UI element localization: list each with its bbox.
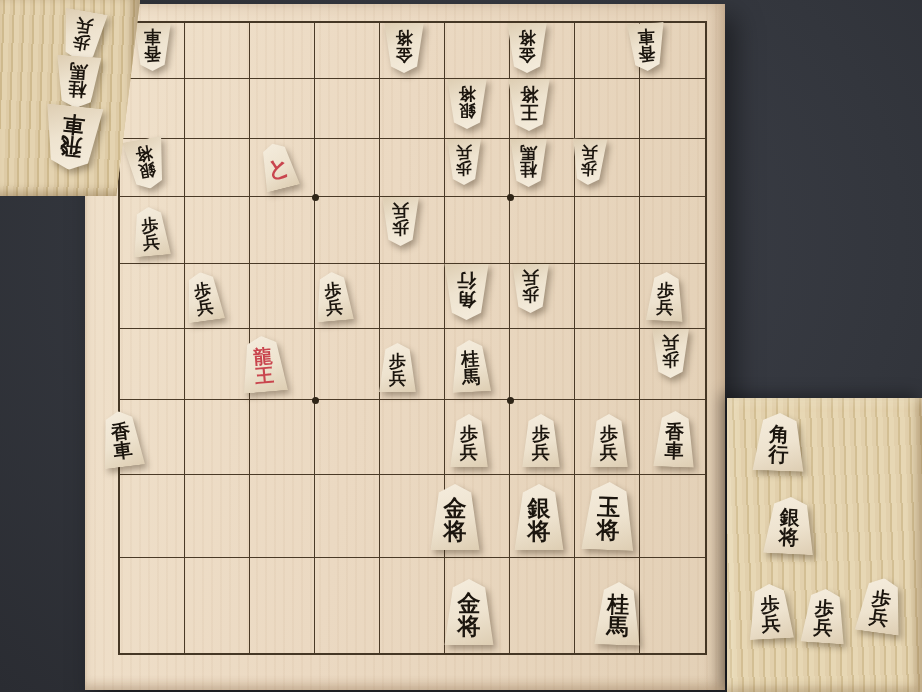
square-8-7[interactable] — [185, 400, 250, 475]
piece-kanji: 将 — [458, 615, 481, 638]
piece-kanji: 金 — [458, 592, 481, 615]
square-8-3[interactable] — [185, 139, 250, 197]
piece-kanji: 車 — [144, 28, 161, 45]
piece-kanji: 兵 — [389, 370, 406, 387]
square-7-7[interactable] — [250, 400, 315, 475]
piece-kanji: 銀 — [459, 102, 476, 119]
piece-kanji: 馬 — [520, 144, 537, 161]
square-5-5[interactable] — [380, 264, 445, 329]
square-9-8[interactable] — [120, 475, 185, 558]
piece-kanji: 車 — [61, 113, 85, 137]
piece-kanji: 王 — [254, 365, 275, 385]
square-1-9[interactable] — [640, 558, 705, 653]
square-6-1[interactable] — [315, 23, 380, 79]
piece-kanji: 兵 — [460, 443, 478, 461]
piece-kanji: 兵 — [662, 335, 679, 352]
square-5-3[interactable] — [380, 139, 445, 197]
piece-kanji: 兵 — [325, 298, 343, 316]
piece-kanji: 歩 — [392, 220, 409, 237]
square-5-2[interactable] — [380, 79, 445, 139]
piece-kanji: 金 — [444, 497, 467, 520]
square-7-1[interactable] — [250, 23, 315, 79]
square-8-4[interactable] — [185, 197, 250, 264]
piece-kanji: 歩 — [456, 160, 472, 176]
square-5-7[interactable] — [380, 400, 445, 475]
square-3-4[interactable] — [510, 197, 575, 264]
piece-kanji: 馬 — [462, 368, 481, 387]
piece-kanji: 将 — [459, 85, 476, 102]
square-6-9[interactable] — [315, 558, 380, 653]
piece-kanji: 金 — [519, 46, 536, 63]
square-6-6[interactable] — [315, 329, 380, 400]
square-8-9[interactable] — [185, 558, 250, 653]
piece-kanji: 兵 — [581, 144, 598, 160]
piece-kanji: 兵 — [392, 203, 409, 220]
square-7-5[interactable] — [250, 264, 315, 329]
piece-kanji: 車 — [664, 441, 684, 460]
piece-kanji: 歩 — [460, 425, 478, 443]
piece-kanji: 兵 — [74, 16, 94, 35]
komadai-gote: 歩兵桂馬飛車 — [0, 0, 140, 196]
square-8-8[interactable] — [185, 475, 250, 558]
piece-kanji: 兵 — [456, 144, 472, 160]
square-5-9[interactable] — [380, 558, 445, 653]
shogi-piece-歩兵-sente[interactable]: 歩兵 — [799, 587, 849, 644]
square-4-1[interactable] — [445, 23, 510, 79]
piece-kanji: 歩 — [389, 353, 406, 370]
square-8-1[interactable] — [185, 23, 250, 79]
square-2-5[interactable] — [575, 264, 640, 329]
square-7-9[interactable] — [250, 558, 315, 653]
piece-kanji: 兵 — [195, 297, 214, 316]
piece-kanji: 将 — [519, 29, 536, 46]
square-3-9[interactable] — [510, 558, 575, 653]
piece-kanji: 行 — [768, 444, 789, 464]
piece-kanji: 歩 — [522, 287, 539, 304]
shogi-piece-歩兵-sente[interactable]: 歩兵 — [853, 575, 907, 636]
square-2-4[interactable] — [575, 197, 640, 264]
piece-kanji: と — [264, 154, 292, 182]
piece-kanji: 兵 — [532, 443, 550, 461]
piece-kanji: 将 — [444, 520, 467, 543]
square-7-2[interactable] — [250, 79, 315, 139]
piece-kanji: 車 — [112, 440, 133, 461]
piece-kanji: 兵 — [868, 606, 889, 627]
shogi-board: 香車金将金将香車銀将王将銀将と歩兵桂馬歩兵歩兵歩兵歩兵歩兵角行歩兵歩兵龍王歩兵桂… — [85, 4, 725, 690]
shogi-piece-歩兵-sente[interactable]: 歩兵 — [746, 583, 796, 640]
piece-kanji: 玉 — [597, 496, 621, 519]
square-7-8[interactable] — [250, 475, 315, 558]
shogi-piece-飛車-gote[interactable]: 飛車 — [39, 103, 105, 173]
piece-kanji: 桂 — [520, 161, 537, 178]
square-6-7[interactable] — [315, 400, 380, 475]
square-6-2[interactable] — [315, 79, 380, 139]
square-1-3[interactable] — [640, 139, 705, 197]
square-1-4[interactable] — [640, 197, 705, 264]
shogi-scene: 香車金将金将香車銀将王将銀将と歩兵桂馬歩兵歩兵歩兵歩兵歩兵角行歩兵歩兵龍王歩兵桂… — [0, 0, 922, 692]
square-4-4[interactable] — [445, 197, 510, 264]
piece-kanji: 将 — [528, 520, 551, 543]
square-6-8[interactable] — [315, 475, 380, 558]
piece-kanji: 将 — [778, 527, 799, 548]
piece-kanji: 兵 — [142, 233, 160, 251]
piece-kanji: 兵 — [761, 613, 781, 633]
piece-kanji: 将 — [596, 518, 620, 541]
square-9-9[interactable] — [120, 558, 185, 653]
piece-kanji: 歩 — [662, 352, 679, 369]
piece-kanji: 兵 — [656, 298, 674, 316]
square-2-2[interactable] — [575, 79, 640, 139]
square-6-4[interactable] — [315, 197, 380, 264]
piece-kanji: 兵 — [600, 443, 618, 461]
piece-kanji: 王 — [520, 103, 538, 121]
square-1-8[interactable] — [640, 475, 705, 558]
piece-kanji: 角 — [457, 290, 476, 309]
square-8-2[interactable] — [185, 79, 250, 139]
piece-kanji: 馬 — [606, 616, 629, 638]
piece-kanji: 兵 — [813, 617, 833, 637]
square-6-3[interactable] — [315, 139, 380, 197]
hoshi-dot — [312, 397, 319, 404]
piece-kanji: 香 — [144, 45, 161, 62]
piece-kanji: 将 — [134, 144, 154, 163]
square-7-4[interactable] — [250, 197, 315, 264]
piece-kanji: 銀 — [528, 497, 551, 520]
square-9-6[interactable] — [120, 329, 185, 400]
piece-kanji: 飛 — [59, 134, 83, 158]
piece-kanji: 行 — [457, 271, 476, 290]
piece-kanji: 馬 — [69, 62, 88, 81]
square-2-6[interactable] — [575, 329, 640, 400]
piece-kanji: 将 — [520, 85, 538, 103]
shogi-piece-桂馬-gote[interactable]: 桂馬 — [52, 54, 103, 109]
komadai-sente: 角行銀将歩兵歩兵歩兵 — [727, 398, 922, 692]
square-9-5[interactable] — [120, 264, 185, 329]
shogi-piece-角行-sente[interactable]: 角行 — [751, 412, 807, 472]
square-9-2[interactable] — [120, 79, 185, 139]
hoshi-dot — [507, 194, 514, 201]
board-grid — [118, 21, 707, 655]
square-1-2[interactable] — [640, 79, 705, 139]
piece-kanji: 車 — [637, 28, 655, 46]
piece-kanji: 歩 — [532, 425, 550, 443]
piece-kanji: 歩 — [600, 425, 618, 443]
square-8-6[interactable] — [185, 329, 250, 400]
hoshi-dot — [507, 397, 514, 404]
piece-kanji: 将 — [396, 29, 413, 46]
shogi-piece-銀将-sente[interactable]: 銀将 — [762, 496, 818, 556]
hoshi-dot — [312, 194, 319, 201]
piece-kanji: 金 — [396, 46, 413, 63]
square-3-6[interactable] — [510, 329, 575, 400]
piece-kanji: 兵 — [522, 270, 539, 287]
